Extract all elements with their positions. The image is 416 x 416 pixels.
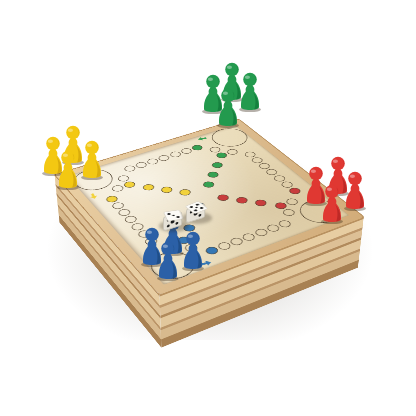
green-pawn[interactable] <box>200 74 226 114</box>
green-pawn[interactable] <box>237 72 263 112</box>
red-home-circle[interactable] <box>232 195 251 206</box>
red-home-circle[interactable] <box>251 198 270 209</box>
yellow-home-circle[interactable] <box>157 185 175 195</box>
green-home-circle[interactable] <box>208 160 226 170</box>
red-home-circle[interactable] <box>213 192 232 203</box>
blue-home-circle[interactable] <box>185 211 204 222</box>
product-photo-background <box>0 0 416 416</box>
yellow-home-circle[interactable] <box>139 182 157 192</box>
blue-home-circle[interactable] <box>179 222 199 234</box>
green-home-circle[interactable] <box>204 170 222 180</box>
green-pawn[interactable] <box>219 62 245 102</box>
